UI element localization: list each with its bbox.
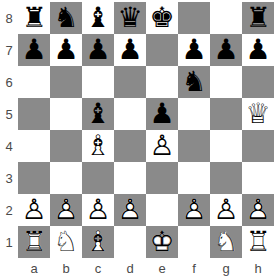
black-pawn: ♟ <box>50 34 82 66</box>
white-pawn-outline: ♙ <box>178 194 210 226</box>
square-e5[interactable]: ♟ <box>146 98 178 130</box>
square-a6[interactable] <box>18 66 50 98</box>
file-label-e: e <box>146 258 178 278</box>
square-g4[interactable] <box>210 130 242 162</box>
square-g1[interactable]: ♞♘ <box>210 226 242 258</box>
black-pawn: ♟ <box>82 34 114 66</box>
white-rook: ♜♖ <box>242 226 274 258</box>
white-bishop-outline: ♗ <box>82 226 114 258</box>
square-f8[interactable] <box>178 2 210 34</box>
black-pawn: ♟ <box>18 34 50 66</box>
square-b8[interactable]: ♞ <box>50 2 82 34</box>
black-bishop: ♝ <box>82 98 114 130</box>
square-g6[interactable] <box>210 66 242 98</box>
square-f7[interactable]: ♟ <box>178 34 210 66</box>
square-a5[interactable] <box>18 98 50 130</box>
black-pawn: ♟ <box>210 34 242 66</box>
black-pawn: ♟ <box>146 98 178 130</box>
square-f4[interactable] <box>178 130 210 162</box>
square-a4[interactable] <box>18 130 50 162</box>
square-b6[interactable] <box>50 66 82 98</box>
square-c7[interactable]: ♟ <box>82 34 114 66</box>
black-king: ♚ <box>146 2 178 34</box>
square-b7[interactable]: ♟ <box>50 34 82 66</box>
chess-board: ♜♞♝♛♚♜♟♟♟♟♟♟♟♞♝♟♛♕♝♗♟♙♟♙♟♙♟♙♟♙♟♙♟♙♟♙♜♖♞♘… <box>18 2 274 258</box>
white-pawn-outline: ♙ <box>50 194 82 226</box>
square-h2[interactable]: ♟♙ <box>242 194 274 226</box>
white-pawn: ♟♙ <box>178 194 210 226</box>
square-a8[interactable]: ♜ <box>18 2 50 34</box>
black-knight: ♞ <box>50 2 82 34</box>
square-b2[interactable]: ♟♙ <box>50 194 82 226</box>
square-d7[interactable]: ♟ <box>114 34 146 66</box>
black-rook: ♜ <box>242 2 274 34</box>
file-label-f: f <box>178 258 210 278</box>
rank-label-8: 8 <box>0 2 18 34</box>
square-f1[interactable] <box>178 226 210 258</box>
square-h3[interactable] <box>242 162 274 194</box>
square-d3[interactable] <box>114 162 146 194</box>
square-a1[interactable]: ♜♖ <box>18 226 50 258</box>
square-b3[interactable] <box>50 162 82 194</box>
file-label-g: g <box>210 258 242 278</box>
white-rook: ♜♖ <box>18 226 50 258</box>
square-g8[interactable] <box>210 2 242 34</box>
chess-diagram: ♜♞♝♛♚♜♟♟♟♟♟♟♟♞♝♟♛♕♝♗♟♙♟♙♟♙♟♙♟♙♟♙♟♙♟♙♜♖♞♘… <box>0 0 280 280</box>
square-d4[interactable] <box>114 130 146 162</box>
square-d8[interactable]: ♛ <box>114 2 146 34</box>
square-b4[interactable] <box>50 130 82 162</box>
white-pawn-outline: ♙ <box>146 130 178 162</box>
white-bishop-outline: ♗ <box>82 130 114 162</box>
square-h8[interactable]: ♜ <box>242 2 274 34</box>
square-h5[interactable]: ♛♕ <box>242 98 274 130</box>
black-queen: ♛ <box>114 2 146 34</box>
square-e4[interactable]: ♟♙ <box>146 130 178 162</box>
square-c4[interactable]: ♝♗ <box>82 130 114 162</box>
black-pawn: ♟ <box>114 34 146 66</box>
black-bishop: ♝ <box>82 2 114 34</box>
rank-label-6: 6 <box>0 66 18 98</box>
white-king-outline: ♔ <box>146 226 178 258</box>
white-pawn: ♟♙ <box>82 194 114 226</box>
white-pawn: ♟♙ <box>114 194 146 226</box>
square-g3[interactable] <box>210 162 242 194</box>
square-e8[interactable]: ♚ <box>146 2 178 34</box>
rank-label-1: 1 <box>0 226 18 258</box>
rank-label-4: 4 <box>0 130 18 162</box>
square-h6[interactable] <box>242 66 274 98</box>
white-queen-outline: ♕ <box>242 98 274 130</box>
file-label-c: c <box>82 258 114 278</box>
square-a3[interactable] <box>18 162 50 194</box>
square-h7[interactable]: ♟ <box>242 34 274 66</box>
square-c8[interactable]: ♝ <box>82 2 114 34</box>
white-pawn: ♟♙ <box>242 194 274 226</box>
white-pawn-outline: ♙ <box>82 194 114 226</box>
square-c1[interactable]: ♝♗ <box>82 226 114 258</box>
square-c5[interactable]: ♝ <box>82 98 114 130</box>
black-knight: ♞ <box>178 66 210 98</box>
white-rook-outline: ♖ <box>18 226 50 258</box>
square-d2[interactable]: ♟♙ <box>114 194 146 226</box>
square-d5[interactable] <box>114 98 146 130</box>
white-king: ♚♔ <box>146 226 178 258</box>
black-rook: ♜ <box>18 2 50 34</box>
square-g5[interactable] <box>210 98 242 130</box>
square-b5[interactable] <box>50 98 82 130</box>
white-rook-outline: ♖ <box>242 226 274 258</box>
square-a2[interactable]: ♟♙ <box>18 194 50 226</box>
square-e6[interactable] <box>146 66 178 98</box>
white-pawn-outline: ♙ <box>114 194 146 226</box>
white-pawn: ♟♙ <box>146 130 178 162</box>
white-pawn: ♟♙ <box>210 194 242 226</box>
rank-label-5: 5 <box>0 98 18 130</box>
black-pawn: ♟ <box>178 34 210 66</box>
square-c2[interactable]: ♟♙ <box>82 194 114 226</box>
rank-label-3: 3 <box>0 162 18 194</box>
square-g7[interactable]: ♟ <box>210 34 242 66</box>
white-knight-outline: ♘ <box>210 226 242 258</box>
square-b1[interactable]: ♞♘ <box>50 226 82 258</box>
square-f6[interactable]: ♞ <box>178 66 210 98</box>
square-e3[interactable] <box>146 162 178 194</box>
square-c3[interactable] <box>82 162 114 194</box>
square-h1[interactable]: ♜♖ <box>242 226 274 258</box>
file-label-b: b <box>50 258 82 278</box>
rank-label-7: 7 <box>0 34 18 66</box>
square-h4[interactable] <box>242 130 274 162</box>
white-pawn-outline: ♙ <box>18 194 50 226</box>
file-label-h: h <box>242 258 274 278</box>
square-d6[interactable] <box>114 66 146 98</box>
white-knight: ♞♘ <box>210 226 242 258</box>
square-e7[interactable] <box>146 34 178 66</box>
white-pawn: ♟♙ <box>50 194 82 226</box>
square-f3[interactable] <box>178 162 210 194</box>
square-f2[interactable]: ♟♙ <box>178 194 210 226</box>
file-label-d: d <box>114 258 146 278</box>
square-d1[interactable] <box>114 226 146 258</box>
square-f5[interactable] <box>178 98 210 130</box>
white-knight-outline: ♘ <box>50 226 82 258</box>
rank-label-2: 2 <box>0 194 18 226</box>
white-bishop: ♝♗ <box>82 130 114 162</box>
white-knight: ♞♘ <box>50 226 82 258</box>
white-pawn-outline: ♙ <box>210 194 242 226</box>
square-g2[interactable]: ♟♙ <box>210 194 242 226</box>
white-pawn-outline: ♙ <box>242 194 274 226</box>
white-pawn: ♟♙ <box>18 194 50 226</box>
file-label-a: a <box>18 258 50 278</box>
square-c6[interactable] <box>82 66 114 98</box>
black-pawn: ♟ <box>242 34 274 66</box>
square-e1[interactable]: ♚♔ <box>146 226 178 258</box>
white-queen: ♛♕ <box>242 98 274 130</box>
square-e2[interactable] <box>146 194 178 226</box>
square-a7[interactable]: ♟ <box>18 34 50 66</box>
white-bishop: ♝♗ <box>82 226 114 258</box>
